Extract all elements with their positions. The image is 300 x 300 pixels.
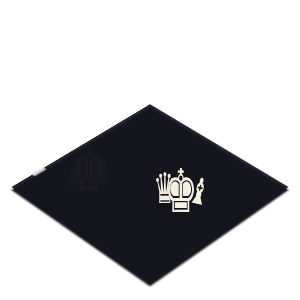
stage: aa88bb77cc66dd55ee44ff33gg22hh11 ♟♚♝♛♚♝ (0, 0, 300, 300)
black-king[interactable]: ♚ (71, 139, 105, 201)
white-king[interactable]: ♚ (164, 161, 197, 221)
board-edge-thickness (11, 107, 288, 286)
